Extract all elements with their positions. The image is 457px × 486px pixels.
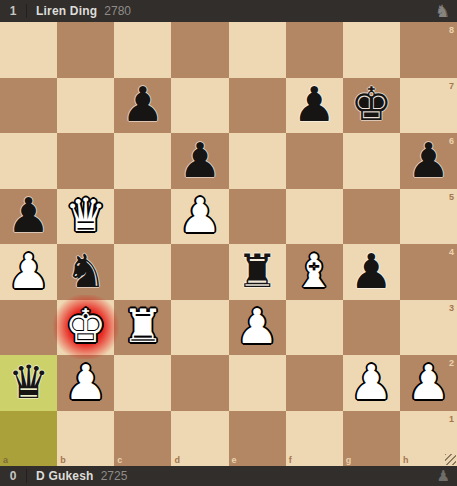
square-e7[interactable] bbox=[229, 78, 286, 134]
square-f2[interactable] bbox=[286, 355, 343, 411]
player-top-score: 1 bbox=[0, 4, 27, 18]
square-f1[interactable]: f bbox=[286, 411, 343, 467]
square-g2[interactable]: ♟ bbox=[343, 355, 400, 411]
square-a6[interactable] bbox=[0, 133, 57, 189]
square-h8[interactable]: 8 bbox=[400, 22, 457, 78]
file-label-a: a bbox=[3, 456, 8, 465]
square-h4[interactable]: 4 bbox=[400, 244, 457, 300]
square-g6[interactable] bbox=[343, 133, 400, 189]
square-h2[interactable]: ♟2 bbox=[400, 355, 457, 411]
square-d2[interactable] bbox=[171, 355, 228, 411]
square-b8[interactable] bbox=[57, 22, 114, 78]
square-f3[interactable] bbox=[286, 300, 343, 356]
player-bar-bottom: 0 D Gukesh 2725 ♟ bbox=[0, 466, 457, 486]
square-e2[interactable] bbox=[229, 355, 286, 411]
file-label-e: e bbox=[232, 456, 237, 465]
black-rook[interactable]: ♜ bbox=[236, 248, 277, 294]
file-label-h: h bbox=[403, 456, 409, 465]
square-f4[interactable]: ♝ bbox=[286, 244, 343, 300]
black-pawn[interactable]: ♟ bbox=[293, 80, 336, 128]
square-g8[interactable] bbox=[343, 22, 400, 78]
file-label-b: b bbox=[60, 456, 66, 465]
square-c4[interactable] bbox=[114, 244, 171, 300]
rank-label-5: 5 bbox=[449, 193, 454, 202]
square-b7[interactable] bbox=[57, 78, 114, 134]
white-queen[interactable]: ♛ bbox=[65, 192, 106, 238]
chess-board[interactable]: 8♟♟♚7♟♟6♟♛♟5♟♞♜♝♟4♚♜♟3♛♟♟♟2abcdefg1h bbox=[0, 22, 457, 466]
knight-icon: ♞ bbox=[435, 3, 450, 20]
square-e5[interactable] bbox=[229, 189, 286, 245]
white-pawn[interactable]: ♟ bbox=[350, 358, 393, 406]
white-pawn[interactable]: ♟ bbox=[64, 358, 107, 406]
black-pawn[interactable]: ♟ bbox=[178, 136, 221, 184]
square-d7[interactable] bbox=[171, 78, 228, 134]
player-top-name[interactable]: Liren Ding bbox=[36, 4, 97, 18]
square-f8[interactable] bbox=[286, 22, 343, 78]
square-b6[interactable] bbox=[57, 133, 114, 189]
black-king[interactable]: ♚ bbox=[351, 81, 392, 127]
square-h6[interactable]: ♟6 bbox=[400, 133, 457, 189]
game-window: 1 Liren Ding 2780 ♞ 8♟♟♚7♟♟6♟♛♟5♟♞♜♝♟4♚♜… bbox=[0, 0, 457, 486]
square-e8[interactable] bbox=[229, 22, 286, 78]
rank-label-7: 7 bbox=[449, 82, 454, 91]
square-d1[interactable]: d bbox=[171, 411, 228, 467]
rank-label-6: 6 bbox=[449, 137, 454, 146]
rank-label-3: 3 bbox=[449, 304, 454, 313]
square-d8[interactable] bbox=[171, 22, 228, 78]
file-label-f: f bbox=[289, 456, 292, 465]
square-d4[interactable] bbox=[171, 244, 228, 300]
square-a5[interactable]: ♟ bbox=[0, 189, 57, 245]
square-h5[interactable]: 5 bbox=[400, 189, 457, 245]
board-resize-handle[interactable] bbox=[445, 454, 456, 465]
white-rook[interactable]: ♜ bbox=[122, 303, 163, 349]
square-b3[interactable]: ♚ bbox=[57, 300, 114, 356]
square-b2[interactable]: ♟ bbox=[57, 355, 114, 411]
square-a4[interactable]: ♟ bbox=[0, 244, 57, 300]
rank-label-2: 2 bbox=[449, 359, 454, 368]
square-c3[interactable]: ♜ bbox=[114, 300, 171, 356]
white-pawn[interactable]: ♟ bbox=[236, 302, 279, 350]
white-pawn[interactable]: ♟ bbox=[407, 358, 450, 406]
square-f7[interactable]: ♟ bbox=[286, 78, 343, 134]
square-a1[interactable]: a bbox=[0, 411, 57, 467]
square-d3[interactable] bbox=[171, 300, 228, 356]
square-d6[interactable]: ♟ bbox=[171, 133, 228, 189]
square-e6[interactable] bbox=[229, 133, 286, 189]
square-e3[interactable]: ♟ bbox=[229, 300, 286, 356]
black-pawn[interactable]: ♟ bbox=[121, 80, 164, 128]
square-a2[interactable]: ♛ bbox=[0, 355, 57, 411]
square-h3[interactable]: 3 bbox=[400, 300, 457, 356]
square-c6[interactable] bbox=[114, 133, 171, 189]
rank-label-8: 8 bbox=[449, 26, 454, 35]
white-pawn[interactable]: ♟ bbox=[7, 247, 50, 295]
black-pawn[interactable]: ♟ bbox=[407, 136, 450, 184]
black-knight[interactable]: ♞ bbox=[65, 248, 106, 294]
square-d5[interactable]: ♟ bbox=[171, 189, 228, 245]
pawn-icon: ♟ bbox=[437, 469, 450, 484]
square-a7[interactable] bbox=[0, 78, 57, 134]
square-b1[interactable]: b bbox=[57, 411, 114, 467]
square-c8[interactable] bbox=[114, 22, 171, 78]
square-c7[interactable]: ♟ bbox=[114, 78, 171, 134]
player-top-rating: 2780 bbox=[104, 4, 131, 18]
square-c5[interactable] bbox=[114, 189, 171, 245]
square-f5[interactable] bbox=[286, 189, 343, 245]
square-g5[interactable] bbox=[343, 189, 400, 245]
white-king[interactable]: ♚ bbox=[65, 303, 106, 349]
player-bottom-name[interactable]: D Gukesh bbox=[36, 469, 94, 483]
black-pawn[interactable]: ♟ bbox=[7, 191, 50, 239]
square-g3[interactable] bbox=[343, 300, 400, 356]
square-h7[interactable]: 7 bbox=[400, 78, 457, 134]
square-b4[interactable]: ♞ bbox=[57, 244, 114, 300]
square-g7[interactable]: ♚ bbox=[343, 78, 400, 134]
square-b5[interactable]: ♛ bbox=[57, 189, 114, 245]
square-g4[interactable]: ♟ bbox=[343, 244, 400, 300]
square-a8[interactable] bbox=[0, 22, 57, 78]
file-label-d: d bbox=[174, 456, 180, 465]
black-queen[interactable]: ♛ bbox=[8, 359, 49, 405]
white-bishop[interactable]: ♝ bbox=[294, 248, 335, 294]
player-bottom-rating: 2725 bbox=[101, 469, 128, 483]
white-pawn[interactable]: ♟ bbox=[178, 191, 221, 239]
square-c1[interactable]: c bbox=[114, 411, 171, 467]
rank-label-4: 4 bbox=[449, 248, 454, 257]
square-e1[interactable]: e bbox=[229, 411, 286, 467]
square-g1[interactable]: g bbox=[343, 411, 400, 467]
player-bar-top: 1 Liren Ding 2780 ♞ bbox=[0, 0, 457, 22]
player-bottom-score: 0 bbox=[0, 469, 27, 483]
square-e4[interactable]: ♜ bbox=[229, 244, 286, 300]
square-c2[interactable] bbox=[114, 355, 171, 411]
square-a3[interactable] bbox=[0, 300, 57, 356]
file-label-g: g bbox=[346, 456, 352, 465]
file-label-c: c bbox=[117, 456, 122, 465]
black-pawn[interactable]: ♟ bbox=[350, 247, 393, 295]
rank-label-1: 1 bbox=[449, 415, 454, 424]
square-f6[interactable] bbox=[286, 133, 343, 189]
